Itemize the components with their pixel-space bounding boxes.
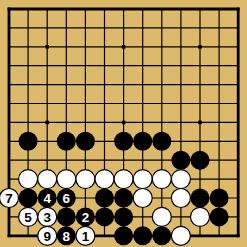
- move-2-black-stone[interactable]: 2: [76, 207, 95, 226]
- black-stone[interactable]: [210, 207, 229, 226]
- move-number-label: 9: [43, 229, 51, 244]
- white-stone[interactable]: [191, 207, 210, 226]
- stone-circle: [114, 170, 133, 189]
- black-stone[interactable]: [191, 151, 210, 170]
- white-stone[interactable]: [133, 189, 152, 208]
- stone-circle: [133, 132, 152, 151]
- stone-circle: [114, 132, 133, 151]
- black-stone[interactable]: [171, 151, 190, 170]
- star-point: [45, 121, 49, 125]
- move-5-white-stone[interactable]: 5: [19, 207, 38, 226]
- white-stone[interactable]: [19, 170, 38, 189]
- stone-circle: [95, 207, 114, 226]
- white-stone[interactable]: [171, 226, 190, 245]
- stone-circle: [95, 170, 114, 189]
- stone-circle: [19, 132, 38, 151]
- black-stone[interactable]: [210, 189, 229, 208]
- stone-circle: [171, 226, 190, 245]
- move-number-label: 2: [82, 210, 90, 225]
- black-stone[interactable]: [19, 132, 38, 151]
- black-stone[interactable]: [57, 132, 76, 151]
- stone-circle: [171, 170, 190, 189]
- black-stone[interactable]: [114, 207, 133, 226]
- stone-circle: [191, 207, 210, 226]
- move-3-white-stone[interactable]: 3: [38, 207, 57, 226]
- stone-circle: [57, 207, 76, 226]
- move-number-label: 7: [5, 191, 13, 206]
- black-stone[interactable]: [95, 207, 114, 226]
- star-point: [198, 45, 202, 49]
- move-number-label: 5: [24, 210, 32, 225]
- stone-circle: [114, 226, 133, 245]
- stone-circle: [95, 189, 114, 208]
- move-number-label: 3: [43, 210, 51, 225]
- star-point: [122, 45, 126, 49]
- stone-circle: [152, 226, 171, 245]
- move-9-white-stone[interactable]: 9: [38, 226, 57, 245]
- stone-circle: [57, 170, 76, 189]
- white-stone[interactable]: [133, 170, 152, 189]
- stone-circle: [114, 207, 133, 226]
- white-stone[interactable]: [171, 170, 190, 189]
- black-stone[interactable]: [57, 207, 76, 226]
- move-8-black-stone[interactable]: 8: [57, 226, 76, 245]
- stone-circle: [191, 189, 210, 208]
- stone-circle: [171, 189, 190, 208]
- white-stone[interactable]: [95, 170, 114, 189]
- white-stone[interactable]: [152, 170, 171, 189]
- white-stone[interactable]: [76, 170, 95, 189]
- move-6-black-stone[interactable]: 6: [57, 189, 76, 208]
- stone-circle: [191, 151, 210, 170]
- stone-circle: [76, 132, 95, 151]
- star-point: [198, 121, 202, 125]
- black-stone[interactable]: [191, 189, 210, 208]
- black-stone[interactable]: [114, 226, 133, 245]
- stone-circle: [114, 189, 133, 208]
- move-number-label: 4: [43, 191, 51, 206]
- black-stone[interactable]: [152, 132, 171, 151]
- stone-circle: [210, 189, 229, 208]
- black-stone[interactable]: [76, 132, 95, 151]
- stone-circle: [19, 170, 38, 189]
- star-point: [122, 121, 126, 125]
- stone-circle: [133, 170, 152, 189]
- stone-circle: [133, 189, 152, 208]
- stone-circle: [152, 132, 171, 151]
- move-7-white-stone[interactable]: 7: [0, 189, 19, 208]
- black-stone[interactable]: [152, 226, 171, 245]
- white-stone[interactable]: [171, 189, 190, 208]
- black-stone[interactable]: [133, 226, 152, 245]
- stone-circle: [152, 207, 171, 226]
- stone-circle: [38, 170, 57, 189]
- stone-circle: [57, 132, 76, 151]
- black-stone[interactable]: [19, 189, 38, 208]
- move-number-label: 1: [82, 229, 90, 244]
- go-diagram: 746532981: [0, 0, 247, 247]
- star-point: [45, 45, 49, 49]
- move-1-white-stone[interactable]: 1: [76, 226, 95, 245]
- white-stone[interactable]: [57, 170, 76, 189]
- stone-circle: [171, 151, 190, 170]
- stone-circle: [133, 226, 152, 245]
- move-number-label: 8: [63, 229, 71, 244]
- stone-circle: [19, 189, 38, 208]
- black-stone[interactable]: [114, 132, 133, 151]
- move-4-black-stone[interactable]: 4: [38, 189, 57, 208]
- white-stone[interactable]: [152, 207, 171, 226]
- move-number-label: 6: [63, 191, 71, 206]
- stone-circle: [210, 207, 229, 226]
- stone-circle: [152, 170, 171, 189]
- stone-circle: [76, 170, 95, 189]
- black-stone[interactable]: [95, 189, 114, 208]
- black-stone[interactable]: [133, 132, 152, 151]
- go-board[interactable]: 746532981: [0, 0, 247, 247]
- white-stone[interactable]: [38, 170, 57, 189]
- white-stone[interactable]: [114, 170, 133, 189]
- black-stone[interactable]: [114, 189, 133, 208]
